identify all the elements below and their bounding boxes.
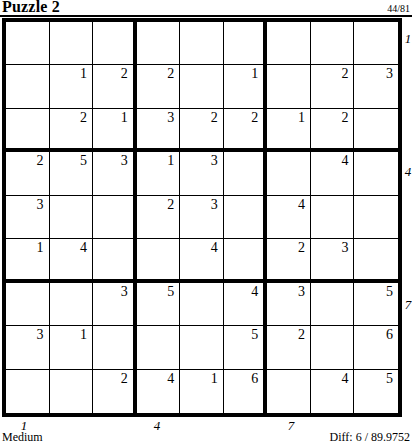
cell-value: 5 xyxy=(251,327,258,343)
col-band-label-4: 4 xyxy=(147,418,167,433)
cell-r9c8[interactable]: 4 xyxy=(311,370,355,413)
cell-r5c2[interactable] xyxy=(50,196,94,239)
cell-r8c3[interactable] xyxy=(93,326,137,369)
cell-r6c9[interactable] xyxy=(354,239,398,282)
cell-value: 3 xyxy=(211,153,218,169)
cell-r8c4[interactable] xyxy=(137,326,181,369)
cell-r8c2[interactable]: 1 xyxy=(50,326,94,369)
cell-value: 3 xyxy=(341,240,348,256)
cell-value: 3 xyxy=(37,327,44,343)
cell-r3c7[interactable]: 1 xyxy=(267,109,311,152)
cell-r9c9[interactable]: 5 xyxy=(354,370,398,413)
cell-value: 2 xyxy=(167,66,174,82)
cell-value: 4 xyxy=(341,153,348,169)
cell-r2c5[interactable] xyxy=(180,65,224,108)
cell-r2c4[interactable]: 2 xyxy=(137,65,181,108)
cell-r1c1[interactable] xyxy=(6,22,50,65)
cell-r4c2[interactable]: 5 xyxy=(50,152,94,195)
cell-r7c2[interactable] xyxy=(50,283,94,326)
cell-r6c8[interactable]: 3 xyxy=(311,239,355,282)
cell-r5c1[interactable]: 3 xyxy=(6,196,50,239)
cell-r3c2[interactable]: 2 xyxy=(50,109,94,152)
cell-r9c4[interactable]: 4 xyxy=(137,370,181,413)
cell-value: 3 xyxy=(386,66,393,82)
cell-value: 3 xyxy=(121,284,128,300)
cell-value: 1 xyxy=(298,110,305,126)
cell-r3c1[interactable] xyxy=(6,109,50,152)
cell-r2c7[interactable] xyxy=(267,65,311,108)
row-band-label-4: 4 xyxy=(403,164,412,180)
cell-r1c3[interactable] xyxy=(93,22,137,65)
cell-value: 3 xyxy=(121,153,128,169)
cell-r6c4[interactable] xyxy=(137,239,181,282)
cell-r7c5[interactable] xyxy=(180,283,224,326)
cell-r4c3[interactable]: 3 xyxy=(93,152,137,195)
cell-r7c7[interactable]: 3 xyxy=(267,283,311,326)
cell-value: 5 xyxy=(386,284,393,300)
cell-r7c4[interactable]: 5 xyxy=(137,283,181,326)
cell-r3c8[interactable]: 2 xyxy=(311,109,355,152)
cell-value: 6 xyxy=(386,327,393,343)
cell-r1c8[interactable] xyxy=(311,22,355,65)
cell-r1c7[interactable] xyxy=(267,22,311,65)
cell-r2c8[interactable]: 2 xyxy=(311,65,355,108)
cell-value: 2 xyxy=(341,110,348,126)
cell-value: 2 xyxy=(341,66,348,82)
cell-r8c5[interactable] xyxy=(180,326,224,369)
cell-r8c1[interactable]: 3 xyxy=(6,326,50,369)
cell-r8c7[interactable]: 2 xyxy=(267,326,311,369)
clue-count: 44/81 xyxy=(387,3,410,14)
cell-r3c3[interactable]: 1 xyxy=(93,109,137,152)
puzzle-page: Puzzle 2 44/81 1221232132212253134323414… xyxy=(0,0,412,445)
cell-value: 1 xyxy=(167,153,174,169)
cell-r9c1[interactable] xyxy=(6,370,50,413)
cell-r5c6[interactable] xyxy=(224,196,268,239)
cell-r7c1[interactable] xyxy=(6,283,50,326)
cell-r5c9[interactable] xyxy=(354,196,398,239)
cell-r3c5[interactable]: 2 xyxy=(180,109,224,152)
cell-value: 1 xyxy=(211,371,218,387)
cell-r8c6[interactable]: 5 xyxy=(224,326,268,369)
cell-value: 6 xyxy=(251,371,258,387)
cell-r9c5[interactable]: 1 xyxy=(180,370,224,413)
cell-r5c3[interactable] xyxy=(93,196,137,239)
cell-r3c9[interactable] xyxy=(354,109,398,152)
cell-r4c9[interactable] xyxy=(354,152,398,195)
cell-r4c8[interactable]: 4 xyxy=(311,152,355,195)
cell-value: 2 xyxy=(167,197,174,213)
puzzle-title: Puzzle 2 xyxy=(2,0,60,16)
cell-r4c5[interactable]: 3 xyxy=(180,152,224,195)
cell-r1c9[interactable] xyxy=(354,22,398,65)
cell-r4c4[interactable]: 1 xyxy=(137,152,181,195)
cell-value: 3 xyxy=(298,284,305,300)
cell-r2c1[interactable] xyxy=(6,65,50,108)
cell-r2c3[interactable]: 2 xyxy=(93,65,137,108)
cell-value: 4 xyxy=(211,240,218,256)
cell-value: 4 xyxy=(341,371,348,387)
cell-r9c7[interactable] xyxy=(267,370,311,413)
cell-r1c5[interactable] xyxy=(180,22,224,65)
cell-r5c5[interactable]: 3 xyxy=(180,196,224,239)
cell-r4c7[interactable] xyxy=(267,152,311,195)
cell-r7c3[interactable]: 3 xyxy=(93,283,137,326)
cell-r7c8[interactable] xyxy=(311,283,355,326)
cell-r4c6[interactable] xyxy=(224,152,268,195)
cell-value: 2 xyxy=(251,110,258,126)
row-band-label-1: 1 xyxy=(403,31,412,47)
cell-r4c1[interactable]: 2 xyxy=(6,152,50,195)
cell-value: 4 xyxy=(251,284,258,300)
cell-r3c6[interactable]: 2 xyxy=(224,109,268,152)
sudoku-board: 1221232132212253134323414423354353152624… xyxy=(2,18,402,417)
cell-r9c2[interactable] xyxy=(50,370,94,413)
cell-r2c6[interactable]: 1 xyxy=(224,65,268,108)
row-band-label-7: 7 xyxy=(403,297,412,313)
cell-value: 5 xyxy=(167,284,174,300)
cell-r5c4[interactable]: 2 xyxy=(137,196,181,239)
cell-r3c4[interactable]: 3 xyxy=(137,109,181,152)
cell-r1c2[interactable] xyxy=(50,22,94,65)
cell-r8c8[interactable] xyxy=(311,326,355,369)
cell-value: 3 xyxy=(211,197,218,213)
cell-r6c1[interactable]: 1 xyxy=(6,239,50,282)
cell-value: 1 xyxy=(80,66,87,82)
cell-value: 2 xyxy=(211,110,218,126)
cell-value: 5 xyxy=(80,153,87,169)
cell-r5c8[interactable] xyxy=(311,196,355,239)
difficulty-stat: Diff: 6 / 89.9752 xyxy=(330,430,410,445)
cell-value: 1 xyxy=(37,240,44,256)
cell-value: 1 xyxy=(251,66,258,82)
cell-value: 4 xyxy=(167,371,174,387)
cell-r9c3[interactable]: 2 xyxy=(93,370,137,413)
cell-r6c6[interactable] xyxy=(224,239,268,282)
cell-value: 3 xyxy=(167,110,174,126)
cell-value: 2 xyxy=(298,327,305,343)
cell-r6c7[interactable]: 2 xyxy=(267,239,311,282)
difficulty-label: Medium xyxy=(2,430,43,445)
cell-r2c9[interactable]: 3 xyxy=(354,65,398,108)
cell-value: 1 xyxy=(121,110,128,126)
cell-r7c6[interactable]: 4 xyxy=(224,283,268,326)
cell-value: 3 xyxy=(37,197,44,213)
cell-r9c6[interactable]: 6 xyxy=(224,370,268,413)
cell-r8c9[interactable]: 6 xyxy=(354,326,398,369)
cell-value: 2 xyxy=(37,153,44,169)
cell-value: 2 xyxy=(121,66,128,82)
cell-value: 5 xyxy=(386,371,393,387)
cell-value: 2 xyxy=(80,110,87,126)
cell-r1c6[interactable] xyxy=(224,22,268,65)
cell-r6c5[interactable]: 4 xyxy=(180,239,224,282)
cell-r5c7[interactable]: 4 xyxy=(267,196,311,239)
cell-r7c9[interactable]: 5 xyxy=(354,283,398,326)
cell-r2c2[interactable]: 1 xyxy=(50,65,94,108)
cell-value: 2 xyxy=(121,371,128,387)
cell-value: 4 xyxy=(80,240,87,256)
col-band-label-7: 7 xyxy=(281,418,301,433)
header-divider xyxy=(0,15,412,17)
cell-value: 1 xyxy=(80,327,87,343)
cell-value: 2 xyxy=(298,240,305,256)
cell-r6c2[interactable]: 4 xyxy=(50,239,94,282)
cell-r1c4[interactable] xyxy=(137,22,181,65)
cell-value: 4 xyxy=(298,197,305,213)
cell-r6c3[interactable] xyxy=(93,239,137,282)
